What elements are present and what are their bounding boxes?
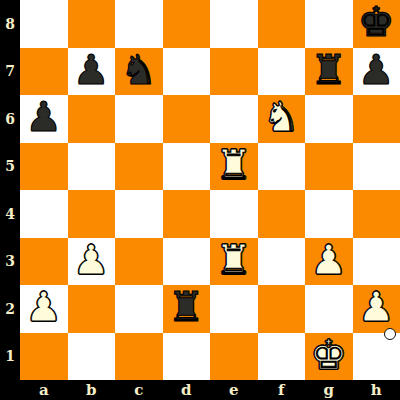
file-labels: abcdefgh [0,380,400,400]
rank-label-1: 1 [0,333,20,381]
square-g7[interactable]: ♜ [305,48,353,96]
piece-white-rook[interactable]: ♜ [215,145,252,186]
file-label-c: c [115,380,163,400]
square-e4[interactable] [210,190,258,238]
square-d3[interactable] [163,238,211,286]
square-c8[interactable] [115,0,163,48]
rank-label-5: 5 [0,143,20,191]
piece-white-king[interactable]: ♚ [310,335,347,376]
square-h4[interactable] [353,190,400,238]
rank-label-4: 4 [0,190,20,238]
square-f3[interactable] [258,238,306,286]
square-c4[interactable] [115,190,163,238]
file-label-h: h [353,380,400,400]
square-a3[interactable] [20,238,68,286]
rank-label-6: 6 [0,95,20,143]
square-f6[interactable]: ♞ [258,95,306,143]
square-b7[interactable]: ♟ [68,48,116,96]
square-b1[interactable] [68,333,116,381]
square-f4[interactable] [258,190,306,238]
square-b2[interactable] [68,285,116,333]
square-b5[interactable] [68,143,116,191]
square-e1[interactable] [210,333,258,381]
piece-black-rook[interactable]: ♜ [168,287,205,328]
piece-white-pawn[interactable]: ♟ [358,287,395,328]
square-c3[interactable] [115,238,163,286]
file-label-a: a [20,380,68,400]
square-g1[interactable]: ♚ [305,333,353,381]
square-h3[interactable] [353,238,400,286]
square-e3[interactable]: ♜ [210,238,258,286]
piece-white-rook[interactable]: ♜ [215,240,252,281]
square-e7[interactable] [210,48,258,96]
square-a4[interactable] [20,190,68,238]
square-b8[interactable] [68,0,116,48]
frame-corner [0,380,20,400]
square-d1[interactable] [163,333,211,381]
rank-label-8: 8 [0,0,20,48]
square-f5[interactable] [258,143,306,191]
file-label-g: g [305,380,353,400]
square-a6[interactable]: ♟ [20,95,68,143]
square-a7[interactable] [20,48,68,96]
square-h6[interactable] [353,95,400,143]
chess-board: ♚♟♞♜♟♟♞♜♟♜♟♟♜♟♚ [20,0,400,380]
square-g2[interactable] [305,285,353,333]
white-to-move-indicator-icon [384,328,396,340]
square-f2[interactable] [258,285,306,333]
square-e5[interactable]: ♜ [210,143,258,191]
square-f8[interactable] [258,0,306,48]
square-g5[interactable] [305,143,353,191]
piece-black-king[interactable]: ♚ [358,2,395,43]
square-f7[interactable] [258,48,306,96]
square-d2[interactable]: ♜ [163,285,211,333]
piece-black-pawn[interactable]: ♟ [73,50,110,91]
square-d4[interactable] [163,190,211,238]
square-a8[interactable] [20,0,68,48]
square-a1[interactable] [20,333,68,381]
square-d7[interactable] [163,48,211,96]
square-a2[interactable]: ♟ [20,285,68,333]
square-g4[interactable] [305,190,353,238]
square-c6[interactable] [115,95,163,143]
square-e8[interactable] [210,0,258,48]
square-b3[interactable]: ♟ [68,238,116,286]
rank-label-7: 7 [0,48,20,96]
square-f1[interactable] [258,333,306,381]
square-d6[interactable] [163,95,211,143]
piece-white-pawn[interactable]: ♟ [73,240,110,281]
file-label-f: f [258,380,306,400]
piece-white-pawn[interactable]: ♟ [310,240,347,281]
square-b4[interactable] [68,190,116,238]
file-label-d: d [163,380,211,400]
square-h1[interactable] [353,333,400,381]
square-c5[interactable] [115,143,163,191]
square-g6[interactable] [305,95,353,143]
square-h8[interactable]: ♚ [353,0,400,48]
square-g8[interactable] [305,0,353,48]
piece-black-rook[interactable]: ♜ [310,50,347,91]
square-h7[interactable]: ♟ [353,48,400,96]
square-h2[interactable]: ♟ [353,285,400,333]
square-d8[interactable] [163,0,211,48]
square-b6[interactable] [68,95,116,143]
square-g3[interactable]: ♟ [305,238,353,286]
square-e2[interactable] [210,285,258,333]
piece-black-knight[interactable]: ♞ [120,50,157,91]
piece-white-pawn[interactable]: ♟ [25,287,62,328]
rank-labels: 87654321 [0,0,20,380]
piece-black-pawn[interactable]: ♟ [358,50,395,91]
square-h5[interactable] [353,143,400,191]
square-c1[interactable] [115,333,163,381]
square-d5[interactable] [163,143,211,191]
file-label-b: b [68,380,116,400]
square-a5[interactable] [20,143,68,191]
square-c7[interactable]: ♞ [115,48,163,96]
square-e6[interactable] [210,95,258,143]
chess-puzzle-screenshot: 87654321 ♚♟♞♜♟♟♞♜♟♜♟♟♜♟♚ abcdefgh [0,0,400,400]
rank-label-3: 3 [0,238,20,286]
file-label-e: e [210,380,258,400]
rank-label-2: 2 [0,285,20,333]
piece-black-pawn[interactable]: ♟ [25,97,62,138]
piece-white-knight[interactable]: ♞ [263,97,300,138]
square-c2[interactable] [115,285,163,333]
